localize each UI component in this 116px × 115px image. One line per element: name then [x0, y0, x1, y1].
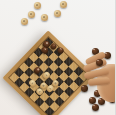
dark-piece [92, 48, 99, 55]
dark-piece [96, 59, 103, 66]
dark-piece [89, 97, 96, 104]
light-piece [34, 2, 41, 9]
light-piece [60, 1, 67, 8]
dark-piece [109, 96, 116, 103]
light-piece [41, 14, 48, 21]
dark-piece [94, 90, 101, 97]
dark-piece [104, 52, 111, 59]
light-piece [28, 11, 35, 18]
light-piece [54, 10, 61, 17]
checkers-board [2, 30, 95, 115]
dark-piece [92, 104, 99, 111]
dark-piece [98, 98, 105, 105]
dark-piece [81, 85, 88, 92]
light-piece [21, 18, 28, 25]
checkers-photo-scene [0, 0, 115, 115]
